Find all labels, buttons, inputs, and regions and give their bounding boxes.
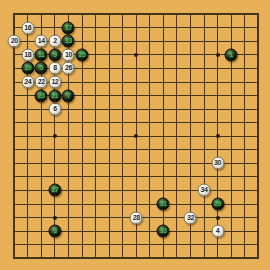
- move-number: 22: [38, 78, 45, 85]
- stone-white-d17[interactable]: 2: [48, 35, 61, 48]
- move-number: 6: [53, 105, 57, 112]
- stone-white-d15[interactable]: 8: [48, 62, 61, 75]
- stone-white-b16[interactable]: 18: [21, 48, 34, 61]
- move-number: 2: [53, 38, 57, 45]
- stone-white-c17[interactable]: 14: [35, 35, 48, 48]
- grid-line-vertical: [149, 13, 150, 259]
- stone-white-a17[interactable]: 20: [8, 35, 21, 48]
- stone-black-q5[interactable]: 29: [211, 198, 224, 211]
- grid-line-horizontal: [13, 257, 259, 259]
- move-number: 12: [51, 78, 58, 85]
- move-number: 9: [53, 51, 57, 58]
- move-number: 4: [216, 227, 220, 234]
- move-number: 14: [38, 38, 45, 45]
- grid-line-horizontal: [13, 149, 259, 150]
- move-number: 29: [214, 200, 221, 207]
- grid-line-vertical: [163, 13, 164, 259]
- move-number: 13: [65, 38, 72, 45]
- stone-white-b18[interactable]: 16: [21, 21, 34, 34]
- stone-black-d13[interactable]: 21: [48, 89, 61, 102]
- move-number: 8: [53, 65, 57, 72]
- move-number: 27: [51, 187, 58, 194]
- stone-black-m5[interactable]: 31: [157, 198, 170, 211]
- stone-white-c14[interactable]: 22: [35, 76, 48, 89]
- stone-black-e18[interactable]: 17: [62, 21, 75, 34]
- stone-black-e13[interactable]: 7: [62, 89, 75, 102]
- stone-white-d14[interactable]: 12: [48, 76, 61, 89]
- move-number: 30: [214, 160, 221, 167]
- stone-white-q8[interactable]: 30: [211, 157, 224, 170]
- move-number: 28: [133, 214, 140, 221]
- stone-white-d12[interactable]: 6: [48, 103, 61, 116]
- stone-black-d6[interactable]: 27: [48, 184, 61, 197]
- move-number: 23: [38, 92, 45, 99]
- stone-black-e17[interactable]: 13: [62, 35, 75, 48]
- star-point: [216, 53, 220, 57]
- go-board[interactable]: 1234567891011121314161718192021222324252…: [0, 0, 270, 270]
- move-number: 3: [53, 227, 57, 234]
- stone-white-e16[interactable]: 10: [62, 48, 75, 61]
- stone-black-c15[interactable]: 5: [35, 62, 48, 75]
- move-number: 18: [24, 51, 31, 58]
- move-number: 20: [11, 38, 18, 45]
- move-number: 10: [65, 51, 72, 58]
- move-number: 33: [160, 227, 167, 234]
- stone-black-b15[interactable]: 19: [21, 62, 34, 75]
- stone-white-o4[interactable]: 32: [184, 211, 197, 224]
- stone-white-p6[interactable]: 34: [198, 184, 211, 197]
- star-point: [134, 134, 138, 138]
- star-point: [53, 134, 57, 138]
- move-number: 34: [201, 187, 208, 194]
- move-number: 32: [187, 214, 194, 221]
- stone-white-k4[interactable]: 28: [130, 211, 143, 224]
- move-number: 25: [79, 51, 86, 58]
- move-number: 11: [38, 51, 45, 58]
- stone-black-r16[interactable]: 1: [225, 48, 238, 61]
- move-number: 26: [65, 65, 72, 72]
- move-number: 24: [24, 78, 31, 85]
- stone-white-q3[interactable]: 4: [211, 225, 224, 238]
- grid-line-vertical: [257, 13, 259, 259]
- move-number: 17: [65, 24, 72, 31]
- star-point: [216, 216, 220, 220]
- star-point: [134, 53, 138, 57]
- move-number: 7: [67, 92, 71, 99]
- stone-black-c13[interactable]: 23: [35, 89, 48, 102]
- stone-black-c16[interactable]: 11: [35, 48, 48, 61]
- move-number: 1: [229, 51, 233, 58]
- grid-line-vertical: [244, 13, 245, 259]
- stone-white-e15[interactable]: 26: [62, 62, 75, 75]
- move-number: 16: [24, 24, 31, 31]
- stone-black-f16[interactable]: 25: [76, 48, 89, 61]
- move-number: 19: [24, 65, 31, 72]
- grid-line-vertical: [204, 13, 205, 259]
- star-point: [216, 134, 220, 138]
- grid-line-horizontal: [13, 244, 259, 245]
- grid-line-vertical: [176, 13, 177, 259]
- stone-black-d3[interactable]: 3: [48, 225, 61, 238]
- grid-line-horizontal: [13, 176, 259, 177]
- stone-black-m3[interactable]: 33: [157, 225, 170, 238]
- star-point: [53, 216, 57, 220]
- move-number: 21: [51, 92, 58, 99]
- stone-white-b14[interactable]: 24: [21, 76, 34, 89]
- move-number: 5: [40, 65, 44, 72]
- go-diagram: 1234567891011121314161718192021222324252…: [0, 0, 270, 270]
- stone-black-d16[interactable]: 9: [48, 48, 61, 61]
- move-number: 31: [160, 200, 167, 207]
